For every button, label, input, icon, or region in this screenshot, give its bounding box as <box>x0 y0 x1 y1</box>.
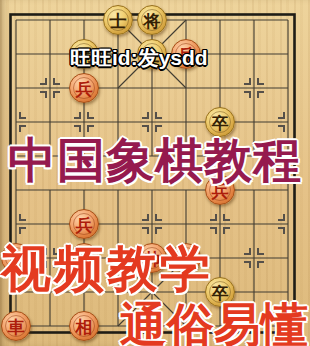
xiangqi-app-screen: 士将馬士兵兵卒兵兵炮馬帅仕卒車相 旺旺id:发ysdd 中国象棋教程 视频教学 … <box>0 0 310 346</box>
piece-red-cannon[interactable]: 炮 <box>1 243 31 273</box>
piece-label: 卒 <box>212 285 229 302</box>
piece-label: 士 <box>110 13 127 30</box>
piece-red-soldier[interactable]: 兵 <box>69 73 99 103</box>
piece-label: 兵 <box>76 81 93 98</box>
piece-red-soldier[interactable]: 兵 <box>69 209 99 239</box>
piece-black-advisor[interactable]: 士 <box>137 39 167 69</box>
piece-red-soldier[interactable]: 兵 <box>171 39 201 69</box>
piece-black-general[interactable]: 将 <box>137 5 167 35</box>
piece-label: 士 <box>144 47 161 64</box>
piece-red-soldier[interactable]: 兵 <box>205 175 235 205</box>
xiangqi-board[interactable]: 士将馬士兵兵卒兵兵炮馬帅仕卒車相 <box>0 0 310 346</box>
piece-black-soldier[interactable]: 卒 <box>205 277 235 307</box>
piece-label: 帅 <box>144 251 161 268</box>
piece-red-general[interactable]: 帅 <box>137 243 167 273</box>
piece-label: 馬 <box>76 47 93 64</box>
piece-black-advisor[interactable]: 士 <box>103 5 133 35</box>
piece-label: 兵 <box>212 183 229 200</box>
piece-label: 炮 <box>8 251 25 268</box>
piece-red-horse[interactable]: 馬 <box>69 243 99 273</box>
piece-red-advisor[interactable]: 仕 <box>171 243 201 273</box>
piece-black-soldier[interactable]: 卒 <box>205 107 235 137</box>
piece-label: 仕 <box>178 251 195 268</box>
piece-label: 兵 <box>76 217 93 234</box>
piece-label: 将 <box>144 13 161 30</box>
piece-label: 馬 <box>76 251 93 268</box>
piece-label: 車 <box>8 319 25 336</box>
piece-label: 兵 <box>178 47 195 64</box>
piece-label: 相 <box>76 319 93 336</box>
piece-red-chariot[interactable]: 車 <box>1 311 31 341</box>
piece-red-elephant[interactable]: 相 <box>69 311 99 341</box>
piece-label: 卒 <box>212 115 229 132</box>
piece-black-horse[interactable]: 馬 <box>69 39 99 69</box>
